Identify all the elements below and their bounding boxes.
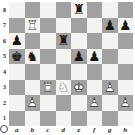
square-d5[interactable] [56, 49, 72, 65]
square-h1[interactable] [118, 111, 134, 127]
square-h8[interactable] [118, 2, 134, 18]
square-f3[interactable] [87, 80, 103, 96]
piece-white-rook[interactable]: ♜♖ [25, 18, 39, 33]
square-d4[interactable] [56, 64, 72, 80]
piece-white-knight[interactable]: ♞♘ [56, 80, 70, 95]
square-f2[interactable]: ♟♙ [87, 95, 103, 111]
square-f7[interactable] [87, 18, 103, 34]
rank-label-8: 8 [0, 2, 9, 18]
rank-label-3: 3 [0, 80, 9, 96]
square-h3[interactable] [118, 80, 134, 96]
square-e4[interactable] [71, 64, 87, 80]
square-g3[interactable]: ♟♙ [102, 80, 118, 96]
square-b2[interactable]: ♟♙ [25, 95, 41, 111]
square-h2[interactable]: ♟♙ [118, 95, 134, 111]
square-h4[interactable] [118, 64, 134, 80]
piece-black-pawn[interactable]: ♟ [87, 49, 101, 64]
square-f1[interactable] [87, 111, 103, 127]
rank-labels: 87654321 [0, 2, 9, 126]
square-f6[interactable] [87, 33, 103, 49]
square-g4[interactable] [102, 64, 118, 80]
piece-black-pawn[interactable]: ♟ [118, 18, 132, 33]
square-f8[interactable] [87, 2, 103, 18]
file-label-a: a [9, 125, 25, 135]
white-knight-outline: ♘ [56, 80, 70, 95]
square-f5[interactable]: ♟ [87, 49, 103, 65]
square-e2[interactable] [71, 95, 87, 111]
file-label-b: b [25, 125, 41, 135]
square-a8[interactable] [9, 2, 25, 18]
file-label-d: d [56, 125, 72, 135]
white-pawn-outline: ♙ [118, 95, 132, 110]
chess-diagram: 87654321 ♜♜♖♟♟♟♜♚♞♟♟♜♖♞♘♚♔♟♙♟♙♟♙♟♙ abcde… [0, 0, 135, 135]
square-g1[interactable] [102, 111, 118, 127]
square-c5[interactable] [40, 49, 56, 65]
square-c2[interactable] [40, 95, 56, 111]
square-d7[interactable] [56, 18, 72, 34]
square-b7[interactable]: ♜♖ [25, 18, 41, 34]
square-e6[interactable] [71, 33, 87, 49]
square-a2[interactable] [9, 95, 25, 111]
piece-white-rook[interactable]: ♜♖ [41, 80, 55, 95]
square-c3[interactable]: ♜♖ [40, 80, 56, 96]
square-d8[interactable] [56, 2, 72, 18]
square-c8[interactable] [40, 2, 56, 18]
file-label-f: f [87, 125, 103, 135]
square-g2[interactable] [102, 95, 118, 111]
square-b3[interactable] [25, 80, 41, 96]
square-a7[interactable] [9, 18, 25, 34]
rank-label-2: 2 [0, 95, 9, 111]
file-label-c: c [40, 125, 56, 135]
square-h6[interactable] [118, 33, 134, 49]
white-rook-outline: ♖ [41, 80, 55, 95]
rank-label-6: 6 [0, 33, 9, 49]
square-g5[interactable] [102, 49, 118, 65]
square-b6[interactable] [25, 33, 41, 49]
rank-label-5: 5 [0, 49, 9, 65]
square-a3[interactable] [9, 80, 25, 96]
chessboard: ♜♜♖♟♟♟♜♚♞♟♟♜♖♞♘♚♔♟♙♟♙♟♙♟♙ [9, 2, 133, 126]
square-g7[interactable]: ♟ [102, 18, 118, 34]
square-b1[interactable] [25, 111, 41, 127]
square-h7[interactable]: ♟ [118, 18, 134, 34]
square-d6[interactable]: ♜ [56, 33, 72, 49]
white-pawn-outline: ♙ [87, 95, 101, 110]
square-a4[interactable] [9, 64, 25, 80]
white-king-outline: ♔ [72, 80, 86, 95]
piece-black-knight[interactable]: ♞ [25, 49, 39, 64]
piece-black-king[interactable]: ♚ [10, 49, 24, 64]
square-b4[interactable] [25, 64, 41, 80]
rank-label-4: 4 [0, 64, 9, 80]
square-d2[interactable] [56, 95, 72, 111]
square-e3[interactable]: ♚♔ [71, 80, 87, 96]
file-label-h: h [118, 125, 134, 135]
white-pawn-outline: ♙ [25, 95, 39, 110]
rank-label-7: 7 [0, 18, 9, 34]
piece-white-pawn[interactable]: ♟♙ [103, 80, 117, 95]
file-label-g: g [102, 125, 118, 135]
rank-label-1: 1 [0, 111, 9, 127]
piece-white-pawn[interactable]: ♟♙ [25, 95, 39, 110]
square-b8[interactable] [25, 2, 41, 18]
piece-black-rook[interactable]: ♜ [56, 33, 70, 48]
square-e7[interactable] [71, 18, 87, 34]
square-c7[interactable] [40, 18, 56, 34]
piece-white-pawn[interactable]: ♟♙ [118, 95, 132, 110]
piece-black-pawn[interactable]: ♟ [10, 33, 24, 48]
piece-black-pawn[interactable]: ♟ [72, 49, 86, 64]
square-d3[interactable]: ♞♘ [56, 80, 72, 96]
white-to-move-indicator [0, 125, 8, 133]
file-label-e: e [71, 125, 87, 135]
square-c6[interactable] [40, 33, 56, 49]
square-a5[interactable]: ♚ [9, 49, 25, 65]
piece-white-king[interactable]: ♚♔ [72, 80, 86, 95]
square-e1[interactable] [71, 111, 87, 127]
square-g6[interactable] [102, 33, 118, 49]
square-g8[interactable] [102, 2, 118, 18]
square-f4[interactable] [87, 64, 103, 80]
square-c4[interactable] [40, 64, 56, 80]
piece-white-pawn[interactable]: ♟♙ [87, 95, 101, 110]
square-e5[interactable]: ♟ [71, 49, 87, 65]
piece-black-rook[interactable]: ♜ [72, 2, 86, 17]
file-labels: abcdefgh [9, 125, 133, 135]
piece-black-pawn[interactable]: ♟ [103, 18, 117, 33]
square-e8[interactable]: ♜ [71, 2, 87, 18]
white-rook-outline: ♖ [25, 18, 39, 33]
square-a6[interactable]: ♟ [9, 33, 25, 49]
square-d1[interactable] [56, 111, 72, 127]
white-pawn-outline: ♙ [103, 80, 117, 95]
square-b5[interactable]: ♞ [25, 49, 41, 65]
square-c1[interactable] [40, 111, 56, 127]
square-a1[interactable] [9, 111, 25, 127]
square-h5[interactable] [118, 49, 134, 65]
